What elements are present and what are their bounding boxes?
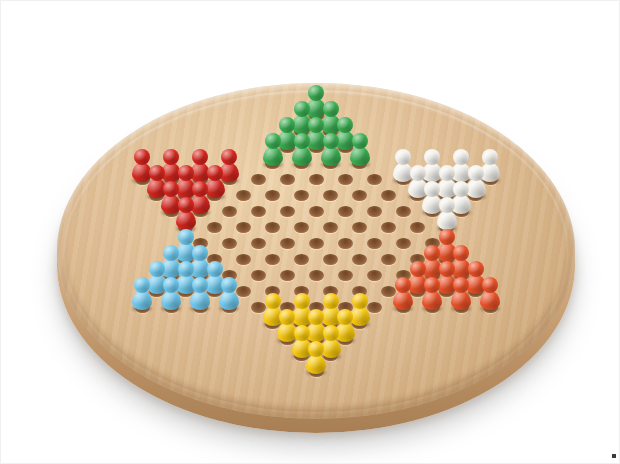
hole[interactable] (280, 206, 295, 217)
peg-body (321, 147, 341, 166)
peg-head (337, 117, 353, 133)
peg-head (149, 165, 165, 181)
hole[interactable] (367, 238, 382, 249)
peg-head (323, 293, 339, 309)
peg-head (207, 261, 223, 277)
peg-head (468, 261, 484, 277)
hole[interactable] (236, 254, 251, 265)
peg-body (422, 291, 442, 310)
peg-body (350, 147, 370, 166)
hole[interactable] (251, 238, 266, 249)
hole[interactable] (294, 254, 309, 265)
peg-head (453, 277, 469, 293)
peg-body (263, 147, 283, 166)
peg-head (279, 117, 295, 133)
hole[interactable] (338, 206, 353, 217)
peg-head (352, 293, 368, 309)
hole[interactable] (352, 222, 367, 233)
hole[interactable] (367, 174, 382, 185)
peg-head (468, 165, 484, 181)
peg-body (219, 291, 239, 310)
hole[interactable] (381, 254, 396, 265)
peg-orange[interactable] (479, 276, 501, 310)
peg-body (190, 291, 210, 310)
peg-head (453, 149, 469, 165)
peg-head (221, 277, 237, 293)
peg-body (132, 291, 152, 310)
peg-body (393, 291, 413, 310)
peg-head (439, 261, 455, 277)
peg-green[interactable] (291, 132, 313, 166)
peg-green[interactable] (320, 132, 342, 166)
peg-head (221, 149, 237, 165)
peg-red[interactable] (175, 196, 197, 230)
photo-background (0, 0, 620, 464)
hole[interactable] (352, 190, 367, 201)
peg-head (163, 181, 179, 197)
peg-head (294, 293, 310, 309)
peg-orange[interactable] (421, 276, 443, 310)
peg-body (161, 291, 181, 310)
peg-head (163, 149, 179, 165)
peg-head (337, 309, 353, 325)
peg-head (265, 293, 281, 309)
hole[interactable] (265, 222, 280, 233)
hole[interactable] (280, 174, 295, 185)
peg-head (453, 245, 469, 261)
peg-head (308, 85, 324, 101)
peg-head (294, 101, 310, 117)
hole[interactable] (265, 254, 280, 265)
watermark-dot (612, 454, 616, 458)
hole[interactable] (251, 174, 266, 185)
peg-head (308, 341, 324, 357)
peg-head (352, 133, 368, 149)
peg-head (294, 133, 310, 149)
peg-body (306, 355, 326, 374)
hole[interactable] (222, 206, 237, 217)
peg-head (163, 277, 179, 293)
peg-blue[interactable] (131, 276, 153, 310)
peg-head (308, 117, 324, 133)
hole[interactable] (294, 190, 309, 201)
peg-head (134, 277, 150, 293)
hole[interactable] (367, 270, 382, 281)
hole[interactable] (338, 270, 353, 281)
peg-head (134, 149, 150, 165)
peg-green[interactable] (349, 132, 371, 166)
hole[interactable] (236, 190, 251, 201)
peg-head (439, 165, 455, 181)
hole[interactable] (381, 222, 396, 233)
hole[interactable] (251, 206, 266, 217)
peg-head (192, 149, 208, 165)
peg-head (410, 165, 426, 181)
peg-head (294, 325, 310, 341)
peg-head (482, 149, 498, 165)
hole[interactable] (338, 174, 353, 185)
hole[interactable] (338, 238, 353, 249)
peg-head (323, 133, 339, 149)
hole[interactable] (280, 238, 295, 249)
hole[interactable] (207, 222, 222, 233)
peg-head (424, 277, 440, 293)
hole[interactable] (396, 238, 411, 249)
hole[interactable] (236, 222, 251, 233)
peg-head (323, 325, 339, 341)
peg-green[interactable] (262, 132, 284, 166)
peg-orange[interactable] (450, 276, 472, 310)
hole[interactable] (410, 222, 425, 233)
hole[interactable] (367, 206, 382, 217)
peg-head (192, 245, 208, 261)
peg-head (163, 245, 179, 261)
peg-head (178, 229, 194, 245)
peg-head (178, 197, 194, 213)
peg-head (279, 309, 295, 325)
hole[interactable] (309, 206, 324, 217)
peg-head (439, 197, 455, 213)
peg-head (323, 101, 339, 117)
peg-blue[interactable] (218, 276, 240, 310)
peg-head (192, 181, 208, 197)
hole[interactable] (294, 222, 309, 233)
peg-head (410, 261, 426, 277)
peg-head (178, 165, 194, 181)
peg-head (395, 149, 411, 165)
hole[interactable] (222, 238, 237, 249)
peg-white[interactable] (436, 196, 458, 230)
hole[interactable] (323, 222, 338, 233)
peg-head (453, 181, 469, 197)
hole[interactable] (381, 190, 396, 201)
peg-body (451, 291, 471, 310)
peg-head (308, 309, 324, 325)
hole[interactable] (309, 238, 324, 249)
peg-head (482, 277, 498, 293)
peg-head (178, 261, 194, 277)
peg-blue[interactable] (160, 276, 182, 310)
peg-head (192, 277, 208, 293)
hole[interactable] (352, 254, 367, 265)
peg-head (424, 181, 440, 197)
hole[interactable] (323, 190, 338, 201)
hole[interactable] (323, 254, 338, 265)
peg-body (480, 291, 500, 310)
peg-orange[interactable] (392, 276, 414, 310)
peg-head (207, 165, 223, 181)
peg-head (265, 133, 281, 149)
hole[interactable] (396, 206, 411, 217)
peg-head (439, 229, 455, 245)
hole[interactable] (309, 270, 324, 281)
hole[interactable] (251, 270, 266, 281)
peg-head (395, 277, 411, 293)
hole[interactable] (280, 270, 295, 281)
hole[interactable] (309, 174, 324, 185)
peg-head (149, 261, 165, 277)
peg-blue[interactable] (189, 276, 211, 310)
peg-head (424, 149, 440, 165)
peg-head (424, 245, 440, 261)
hole[interactable] (265, 190, 280, 201)
peg-yellow[interactable] (305, 340, 327, 374)
peg-body (292, 147, 312, 166)
